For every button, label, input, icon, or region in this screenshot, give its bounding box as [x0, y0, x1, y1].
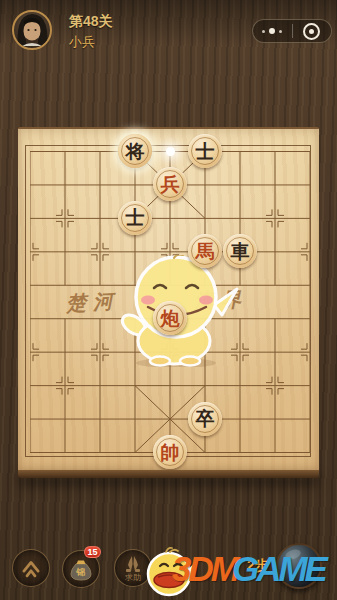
level-title: 第48关: [69, 13, 113, 31]
avatar[interactable]: [12, 10, 52, 50]
more-options-button[interactable]: [253, 20, 292, 42]
svg-text:锦: 锦: [76, 567, 86, 577]
target-circle-icon: [303, 23, 320, 40]
piece-red-炮[interactable]: 炮: [153, 301, 187, 335]
dot-icon: [262, 30, 265, 33]
wechat-capsule: [252, 19, 332, 43]
dot-icon: [279, 30, 282, 33]
xiangqi-board[interactable]: 楚河 漢界 将士兵士馬車炮卒帥: [18, 127, 319, 470]
piece-character: 士: [126, 208, 145, 227]
avatar-portrait: [14, 12, 50, 48]
hint-count-badge: 15: [84, 546, 101, 558]
level-subtitle: 小兵: [69, 33, 95, 51]
piece-red-帥[interactable]: 帥: [153, 435, 187, 469]
praying-hands-icon: [123, 555, 143, 573]
piece-character: 馬: [196, 242, 215, 261]
watermark-3dm: 3DM: [172, 549, 237, 588]
piece-character: 士: [196, 142, 215, 161]
watermark-game: GAME: [232, 549, 325, 588]
move-highlight-dot: [166, 147, 175, 156]
close-miniprogram-button[interactable]: [293, 20, 332, 42]
app-screen: 第48关 小兵 楚河 漢界 将士兵士馬: [0, 0, 337, 600]
piece-black-卒[interactable]: 卒: [188, 402, 222, 436]
money-bag-icon: 锦: [67, 555, 95, 583]
piece-black-士[interactable]: 士: [118, 201, 152, 235]
river-label-left: 楚河: [65, 288, 120, 318]
ask-help-label: 求助: [125, 574, 141, 582]
dot-icon: [269, 28, 275, 34]
piece-character: 将: [126, 142, 145, 161]
board-front-edge: [18, 470, 319, 478]
chevron-up-icon: [16, 553, 46, 583]
watermark: 3DMGAME: [172, 551, 325, 586]
piece-character: 車: [231, 242, 250, 261]
piece-character: 帥: [161, 443, 180, 462]
piece-character: 兵: [161, 175, 180, 194]
menu-expand-button[interactable]: [12, 549, 50, 587]
piece-black-士[interactable]: 士: [188, 134, 222, 168]
piece-character: 卒: [196, 409, 215, 428]
piece-black-将[interactable]: 将: [118, 134, 152, 168]
piece-character: 炮: [161, 309, 180, 328]
